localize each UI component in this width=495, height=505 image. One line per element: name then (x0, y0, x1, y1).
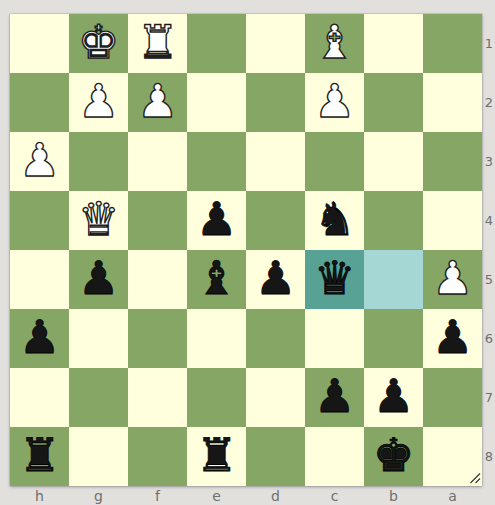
piece-white-queen[interactable]: ♛ (78, 190, 119, 249)
square-e4[interactable]: ♟ (187, 191, 246, 250)
square-c2[interactable]: ♟ (305, 73, 364, 132)
square-g3[interactable] (69, 132, 128, 191)
square-f3[interactable] (128, 132, 187, 191)
square-e2[interactable] (187, 73, 246, 132)
square-a4[interactable] (423, 191, 482, 250)
square-a7[interactable] (423, 368, 482, 427)
square-b1[interactable] (364, 14, 423, 73)
file-label-f: f (128, 486, 187, 505)
square-b7[interactable]: ♟ (364, 368, 423, 427)
square-h6[interactable]: ♟ (10, 309, 69, 368)
piece-black-knight[interactable]: ♞ (314, 190, 355, 249)
file-label-d: d (246, 486, 305, 505)
square-h7[interactable] (10, 368, 69, 427)
square-e5[interactable]: ♝ (187, 250, 246, 309)
square-a3[interactable] (423, 132, 482, 191)
piece-white-pawn[interactable]: ♟ (314, 72, 355, 131)
square-d4[interactable] (246, 191, 305, 250)
square-f8[interactable] (128, 427, 187, 486)
file-label-b: b (364, 486, 423, 505)
piece-black-pawn[interactable]: ♟ (314, 367, 355, 426)
piece-black-bishop[interactable]: ♝ (196, 249, 237, 308)
square-d2[interactable] (246, 73, 305, 132)
piece-white-pawn[interactable]: ♟ (19, 131, 60, 190)
square-h1[interactable] (10, 14, 69, 73)
square-a2[interactable] (423, 73, 482, 132)
piece-white-bishop[interactable]: ♝ (314, 13, 355, 72)
piece-black-rook[interactable]: ♜ (19, 426, 60, 485)
file-labels: hgfedcba (10, 486, 482, 505)
square-a1[interactable] (423, 14, 482, 73)
square-h5[interactable] (10, 250, 69, 309)
square-g6[interactable] (69, 309, 128, 368)
piece-black-queen[interactable]: ♛ (314, 249, 355, 308)
chess-app: ♚♜♝♟♟♟♟♛♟♞♟♝♟♛♟♟♟♟♟♜♜♚ 12345678 hgfedcba (0, 0, 495, 505)
square-e7[interactable] (187, 368, 246, 427)
file-label-g: g (69, 486, 128, 505)
rank-label-1: 1 (483, 14, 495, 73)
square-d1[interactable] (246, 14, 305, 73)
square-d3[interactable] (246, 132, 305, 191)
rank-label-3: 3 (483, 132, 495, 191)
file-label-h: h (10, 486, 69, 505)
square-e3[interactable] (187, 132, 246, 191)
square-h3[interactable]: ♟ (10, 132, 69, 191)
square-g8[interactable] (69, 427, 128, 486)
square-b8[interactable]: ♚ (364, 427, 423, 486)
square-f7[interactable] (128, 368, 187, 427)
chess-board: ♚♜♝♟♟♟♟♛♟♞♟♝♟♛♟♟♟♟♟♜♜♚ (10, 14, 482, 486)
square-b2[interactable] (364, 73, 423, 132)
square-d5[interactable]: ♟ (246, 250, 305, 309)
piece-black-pawn[interactable]: ♟ (196, 190, 237, 249)
piece-black-rook[interactable]: ♜ (196, 426, 237, 485)
piece-white-king[interactable]: ♚ (78, 13, 119, 72)
square-c3[interactable] (305, 132, 364, 191)
rank-label-4: 4 (483, 191, 495, 250)
piece-black-pawn[interactable]: ♟ (19, 308, 60, 367)
file-label-a: a (423, 486, 482, 505)
square-f6[interactable] (128, 309, 187, 368)
rank-labels: 12345678 (483, 14, 495, 486)
piece-black-pawn[interactable]: ♟ (432, 308, 473, 367)
piece-white-pawn[interactable]: ♟ (78, 72, 119, 131)
rank-label-7: 7 (483, 368, 495, 427)
rank-label-8: 8 (483, 427, 495, 486)
piece-white-rook[interactable]: ♜ (137, 13, 178, 72)
board-resize-handle[interactable] (469, 472, 481, 484)
square-h8[interactable]: ♜ (10, 427, 69, 486)
square-g1[interactable]: ♚ (69, 14, 128, 73)
square-b6[interactable] (364, 309, 423, 368)
square-d8[interactable] (246, 427, 305, 486)
square-d6[interactable] (246, 309, 305, 368)
piece-black-pawn[interactable]: ♟ (255, 249, 296, 308)
square-g7[interactable] (69, 368, 128, 427)
square-b5[interactable] (364, 250, 423, 309)
square-e8[interactable]: ♜ (187, 427, 246, 486)
square-c1[interactable]: ♝ (305, 14, 364, 73)
square-c4[interactable]: ♞ (305, 191, 364, 250)
square-c6[interactable] (305, 309, 364, 368)
piece-black-king[interactable]: ♚ (373, 426, 414, 485)
square-c7[interactable]: ♟ (305, 368, 364, 427)
square-c5[interactable]: ♛ (305, 250, 364, 309)
square-b4[interactable] (364, 191, 423, 250)
square-f4[interactable] (128, 191, 187, 250)
square-g5[interactable]: ♟ (69, 250, 128, 309)
square-c8[interactable] (305, 427, 364, 486)
square-e1[interactable] (187, 14, 246, 73)
square-f1[interactable]: ♜ (128, 14, 187, 73)
square-h4[interactable] (10, 191, 69, 250)
piece-white-pawn[interactable]: ♟ (432, 249, 473, 308)
square-d7[interactable] (246, 368, 305, 427)
rank-label-5: 5 (483, 250, 495, 309)
piece-white-pawn[interactable]: ♟ (137, 72, 178, 131)
rank-label-6: 6 (483, 309, 495, 368)
rank-label-2: 2 (483, 73, 495, 132)
square-a5[interactable]: ♟ (423, 250, 482, 309)
square-g2[interactable]: ♟ (69, 73, 128, 132)
square-b3[interactable] (364, 132, 423, 191)
square-a6[interactable]: ♟ (423, 309, 482, 368)
piece-black-pawn[interactable]: ♟ (373, 367, 414, 426)
square-e6[interactable] (187, 309, 246, 368)
file-label-c: c (305, 486, 364, 505)
square-f2[interactable]: ♟ (128, 73, 187, 132)
square-g4[interactable]: ♛ (69, 191, 128, 250)
file-label-e: e (187, 486, 246, 505)
square-h2[interactable] (10, 73, 69, 132)
piece-black-pawn[interactable]: ♟ (78, 249, 119, 308)
square-f5[interactable] (128, 250, 187, 309)
